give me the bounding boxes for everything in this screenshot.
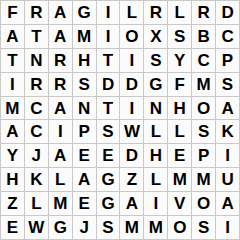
cell-r10c10[interactable]: I — [216, 216, 239, 239]
cell-r3c2[interactable]: N — [25, 49, 48, 72]
cell-r2c1[interactable]: A — [1, 25, 24, 48]
cell-r10c6[interactable]: M — [120, 216, 143, 239]
cell-r8c9[interactable]: M — [192, 168, 215, 191]
cell-r7c4[interactable]: E — [73, 144, 96, 167]
cell-r2c6[interactable]: O — [120, 25, 143, 48]
cell-r2c4[interactable]: M — [73, 25, 96, 48]
cell-r4c1[interactable]: I — [1, 73, 24, 96]
cell-r5c2[interactable]: C — [25, 97, 48, 120]
cell-r3c1[interactable]: T — [1, 49, 24, 72]
cell-r5c9[interactable]: O — [192, 97, 215, 120]
cell-r5c4[interactable]: N — [73, 97, 96, 120]
cell-r6c2[interactable]: C — [25, 120, 48, 143]
cell-r6c9[interactable]: S — [192, 120, 215, 143]
cell-r9c3[interactable]: M — [49, 192, 72, 215]
cell-r2c3[interactable]: A — [49, 25, 72, 48]
cell-r6c7[interactable]: L — [144, 120, 167, 143]
cell-r8c4[interactable]: A — [73, 168, 96, 191]
cell-r1c2[interactable]: R — [25, 1, 48, 24]
cell-r4c2[interactable]: R — [25, 73, 48, 96]
cell-r7c6[interactable]: D — [120, 144, 143, 167]
cell-r2c8[interactable]: S — [168, 25, 191, 48]
cell-r4c4[interactable]: S — [73, 73, 96, 96]
cell-r10c7[interactable]: M — [144, 216, 167, 239]
cell-r1c3[interactable]: A — [49, 1, 72, 24]
cell-r8c10[interactable]: U — [216, 168, 239, 191]
cell-r1c10[interactable]: D — [216, 1, 239, 24]
cell-r10c8[interactable]: O — [168, 216, 191, 239]
cell-r8c6[interactable]: Z — [120, 168, 143, 191]
cell-r5c6[interactable]: I — [120, 97, 143, 120]
cell-r5c8[interactable]: H — [168, 97, 191, 120]
cell-r9c10[interactable]: A — [216, 192, 239, 215]
cell-r2c5[interactable]: I — [97, 25, 120, 48]
word-search-board: FRAGILRLRDATAMIOXSBCTNRHTISYCPIRRSDDGFMS… — [0, 0, 240, 240]
cell-r9c9[interactable]: O — [192, 192, 215, 215]
cell-r7c5[interactable]: E — [97, 144, 120, 167]
cell-r7c2[interactable]: J — [25, 144, 48, 167]
cell-r3c5[interactable]: T — [97, 49, 120, 72]
cell-r4c10[interactable]: S — [216, 73, 239, 96]
cell-r4c7[interactable]: G — [144, 73, 167, 96]
cell-r1c7[interactable]: R — [144, 1, 167, 24]
cell-r1c5[interactable]: I — [97, 1, 120, 24]
cell-r3c8[interactable]: Y — [168, 49, 191, 72]
cell-r6c4[interactable]: P — [73, 120, 96, 143]
cell-r4c5[interactable]: D — [97, 73, 120, 96]
cell-r5c1[interactable]: M — [1, 97, 24, 120]
cell-r8c1[interactable]: H — [1, 168, 24, 191]
cell-r6c1[interactable]: A — [1, 120, 24, 143]
cell-r8c8[interactable]: M — [168, 168, 191, 191]
cell-r10c5[interactable]: S — [97, 216, 120, 239]
cell-r8c5[interactable]: G — [97, 168, 120, 191]
cell-r6c8[interactable]: L — [168, 120, 191, 143]
cell-r2c7[interactable]: X — [144, 25, 167, 48]
cell-r9c7[interactable]: I — [144, 192, 167, 215]
cell-r9c2[interactable]: L — [25, 192, 48, 215]
cell-r7c8[interactable]: E — [168, 144, 191, 167]
cell-r5c5[interactable]: T — [97, 97, 120, 120]
cell-r5c10[interactable]: A — [216, 97, 239, 120]
cell-r1c6[interactable]: L — [120, 1, 143, 24]
cell-r2c9[interactable]: B — [192, 25, 215, 48]
cell-r3c6[interactable]: I — [120, 49, 143, 72]
cell-r10c2[interactable]: W — [25, 216, 48, 239]
cell-r3c9[interactable]: C — [192, 49, 215, 72]
cell-r7c1[interactable]: Y — [1, 144, 24, 167]
cell-r10c9[interactable]: S — [192, 216, 215, 239]
cell-r9c4[interactable]: E — [73, 192, 96, 215]
cell-r9c6[interactable]: A — [120, 192, 143, 215]
cell-r3c10[interactable]: P — [216, 49, 239, 72]
cell-r8c2[interactable]: K — [25, 168, 48, 191]
cell-r5c3[interactable]: A — [49, 97, 72, 120]
cell-r2c10[interactable]: C — [216, 25, 239, 48]
cell-r10c4[interactable]: J — [73, 216, 96, 239]
cell-r7c7[interactable]: H — [144, 144, 167, 167]
cell-r3c7[interactable]: S — [144, 49, 167, 72]
cell-r1c9[interactable]: R — [192, 1, 215, 24]
cell-r4c8[interactable]: F — [168, 73, 191, 96]
cell-r1c8[interactable]: L — [168, 1, 191, 24]
cell-r10c1[interactable]: E — [1, 216, 24, 239]
cell-r7c10[interactable]: I — [216, 144, 239, 167]
cell-r5c7[interactable]: N — [144, 97, 167, 120]
cell-r3c4[interactable]: H — [73, 49, 96, 72]
cell-r9c1[interactable]: Z — [1, 192, 24, 215]
cell-r10c3[interactable]: G — [49, 216, 72, 239]
cell-r7c9[interactable]: P — [192, 144, 215, 167]
cell-r9c5[interactable]: G — [97, 192, 120, 215]
cell-r4c3[interactable]: R — [49, 73, 72, 96]
cell-r6c6[interactable]: W — [120, 120, 143, 143]
cell-r2c2[interactable]: T — [25, 25, 48, 48]
cell-r1c1[interactable]: F — [1, 1, 24, 24]
cell-r6c5[interactable]: S — [97, 120, 120, 143]
cell-r9c8[interactable]: V — [168, 192, 191, 215]
cell-r6c3[interactable]: I — [49, 120, 72, 143]
cell-r6c10[interactable]: K — [216, 120, 239, 143]
cell-r4c9[interactable]: M — [192, 73, 215, 96]
cell-r3c3[interactable]: R — [49, 49, 72, 72]
cell-r7c3[interactable]: A — [49, 144, 72, 167]
cell-r1c4[interactable]: G — [73, 1, 96, 24]
cell-r4c6[interactable]: D — [120, 73, 143, 96]
cell-r8c7[interactable]: L — [144, 168, 167, 191]
cell-r8c3[interactable]: L — [49, 168, 72, 191]
